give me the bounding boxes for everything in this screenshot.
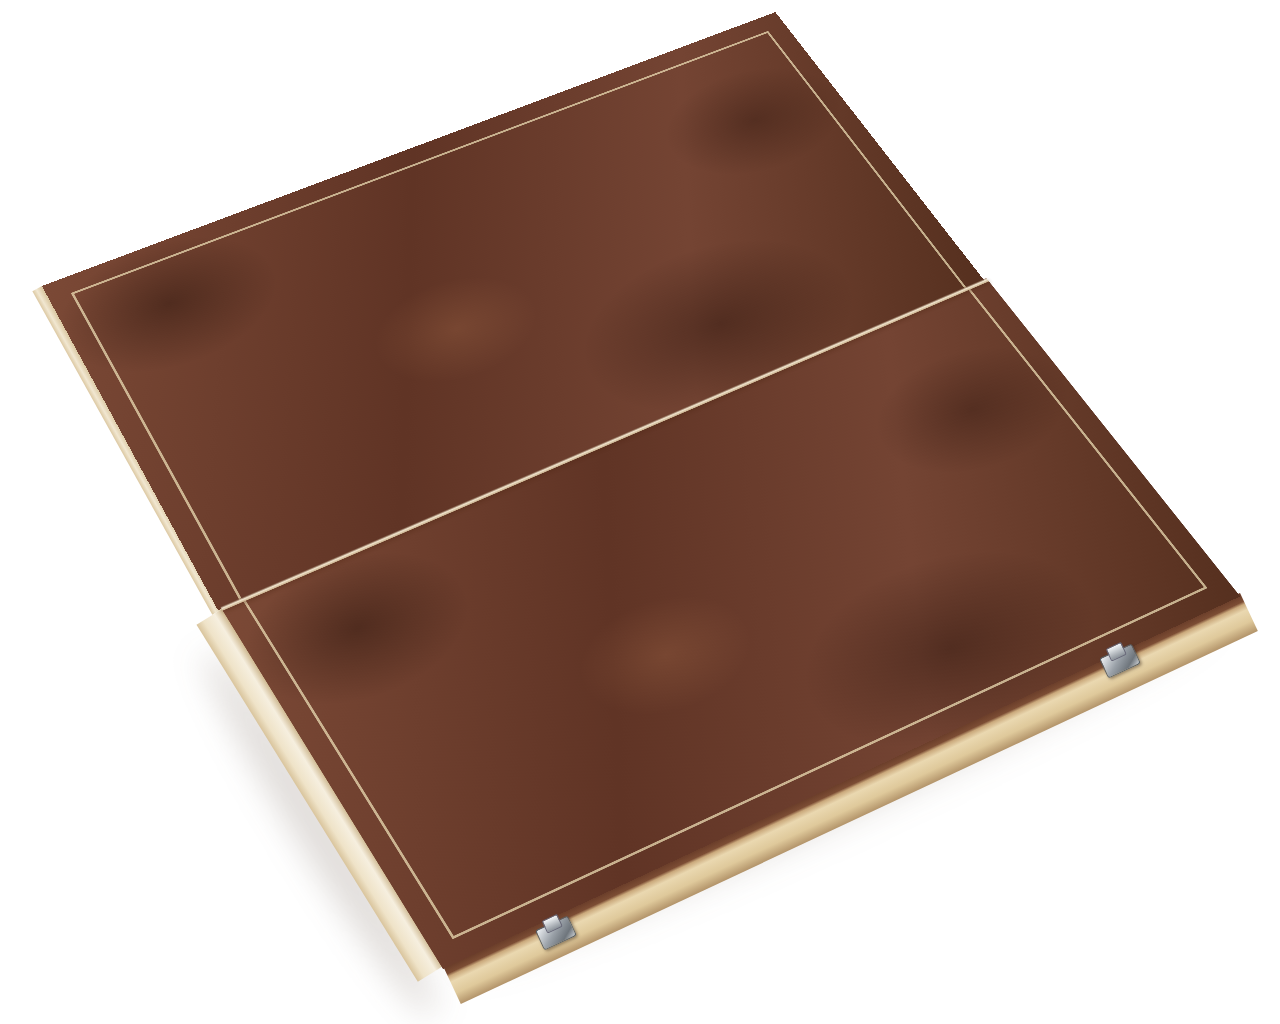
photo-stage [0, 0, 1280, 1024]
pieces-layer [0, 0, 1280, 1024]
